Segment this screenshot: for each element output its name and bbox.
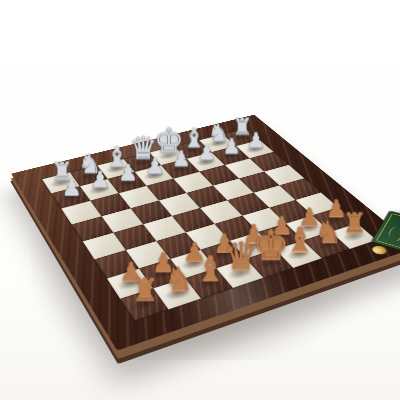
brand-tag xyxy=(372,211,400,252)
piece-copper-rook[interactable]: ♜ xyxy=(121,277,168,305)
product-photo: ♜♞♝♛♚♝♞♜♟♟♟♟♟♟♟♟♟♟♟♟♟♟♟♟♜♞♝♛♚♝♞♜ xyxy=(0,0,400,400)
piece-silver-pawn[interactable]: ♟ xyxy=(52,177,91,198)
brand-seal-icon xyxy=(370,244,388,255)
square-r7c0[interactable]: ♜ xyxy=(120,288,168,320)
